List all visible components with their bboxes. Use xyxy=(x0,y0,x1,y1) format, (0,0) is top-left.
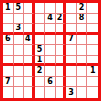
sudoku-cell-r9c4[interactable] xyxy=(35,87,46,98)
sudoku-cell-r9c1[interactable] xyxy=(3,87,14,98)
sudoku-cell-r4c5[interactable] xyxy=(45,35,56,46)
sudoku-cell-r4c4[interactable] xyxy=(35,35,46,46)
sudoku-cell-r4c3[interactable]: 4 xyxy=(24,35,35,46)
sudoku-cell-r8c9[interactable] xyxy=(87,77,98,88)
sudoku-cell-r8c6[interactable] xyxy=(56,77,67,88)
sudoku-cell-r8c8[interactable] xyxy=(77,77,88,88)
sudoku-cell-r2c1[interactable] xyxy=(3,14,14,25)
sudoku-cell-r8c4[interactable] xyxy=(35,77,46,88)
sudoku-cell-r3c1[interactable] xyxy=(3,24,14,35)
sudoku-cell-r7c6[interactable] xyxy=(56,66,67,77)
sudoku-cell-r5c4[interactable]: 5 xyxy=(35,45,46,56)
sudoku-cell-r3c9[interactable] xyxy=(87,24,98,35)
sudoku-cell-r7c1[interactable] xyxy=(3,66,14,77)
sudoku-cell-r1c7[interactable] xyxy=(66,3,77,14)
sudoku-cell-r8c7[interactable] xyxy=(66,77,77,88)
sudoku-cell-r1c6[interactable] xyxy=(56,3,67,14)
sudoku-cell-r7c3[interactable] xyxy=(24,66,35,77)
sudoku-cell-r2c8[interactable]: 8 xyxy=(77,14,88,25)
sudoku-cell-r2c4[interactable] xyxy=(35,14,46,25)
sudoku-cell-r5c9[interactable] xyxy=(87,45,98,56)
sudoku-cell-r1c3[interactable] xyxy=(24,3,35,14)
sudoku-cell-r5c8[interactable] xyxy=(77,45,88,56)
sudoku-cell-r3c5[interactable] xyxy=(45,24,56,35)
sudoku-cell-r1c8[interactable]: 2 xyxy=(77,3,88,14)
sudoku-cell-r9c6[interactable] xyxy=(56,87,67,98)
sudoku-cell-r7c4[interactable]: 2 xyxy=(35,66,46,77)
sudoku-cell-r4c1[interactable]: 6 xyxy=(3,35,14,46)
sudoku-cell-r6c3[interactable] xyxy=(24,56,35,67)
sudoku-cell-r9c8[interactable] xyxy=(77,87,88,98)
sudoku-cell-r9c2[interactable] xyxy=(14,87,25,98)
sudoku-cell-r6c6[interactable] xyxy=(56,56,67,67)
sudoku-cell-r1c2[interactable]: 5 xyxy=(14,3,25,14)
sudoku-cell-r5c7[interactable] xyxy=(66,45,77,56)
sudoku-cell-r2c3[interactable] xyxy=(24,14,35,25)
sudoku-cell-r8c2[interactable] xyxy=(14,77,25,88)
sudoku-cell-r1c4[interactable] xyxy=(35,3,46,14)
sudoku-cell-r1c5[interactable] xyxy=(45,3,56,14)
sudoku-cell-r8c1[interactable]: 7 xyxy=(3,77,14,88)
sudoku-cell-r4c6[interactable] xyxy=(56,35,67,46)
sudoku-cell-r9c7[interactable]: 3 xyxy=(66,87,77,98)
sudoku-cell-r9c5[interactable] xyxy=(45,87,56,98)
sudoku-cell-r3c6[interactable] xyxy=(56,24,67,35)
sudoku-cell-r3c4[interactable] xyxy=(35,24,46,35)
sudoku-cell-r8c3[interactable] xyxy=(24,77,35,88)
sudoku-cell-r3c3[interactable] xyxy=(24,24,35,35)
sudoku-cell-r5c5[interactable] xyxy=(45,45,56,56)
sudoku-cell-r4c2[interactable] xyxy=(14,35,25,46)
sudoku-page: 15242836475121763 xyxy=(0,0,101,101)
sudoku-cell-r2c2[interactable] xyxy=(14,14,25,25)
sudoku-cell-r6c7[interactable] xyxy=(66,56,77,67)
sudoku-cell-r2c5[interactable]: 4 xyxy=(45,14,56,25)
sudoku-cell-r4c7[interactable]: 7 xyxy=(66,35,77,46)
sudoku-cell-r6c5[interactable] xyxy=(45,56,56,67)
sudoku-cell-r1c1[interactable]: 1 xyxy=(3,3,14,14)
sudoku-cell-r5c2[interactable] xyxy=(14,45,25,56)
sudoku-cell-r4c9[interactable] xyxy=(87,35,98,46)
sudoku-cell-r2c9[interactable] xyxy=(87,14,98,25)
sudoku-cell-r3c7[interactable] xyxy=(66,24,77,35)
sudoku-cell-r3c8[interactable] xyxy=(77,24,88,35)
sudoku-cell-r6c9[interactable] xyxy=(87,56,98,67)
sudoku-cell-r6c2[interactable] xyxy=(14,56,25,67)
sudoku-cell-r9c9[interactable] xyxy=(87,87,98,98)
sudoku-cell-r8c5[interactable]: 6 xyxy=(45,77,56,88)
sudoku-cell-r9c3[interactable] xyxy=(24,87,35,98)
sudoku-cell-r7c5[interactable] xyxy=(45,66,56,77)
sudoku-cell-r4c8[interactable] xyxy=(77,35,88,46)
sudoku-cell-r5c1[interactable] xyxy=(3,45,14,56)
sudoku-cell-r6c4[interactable]: 1 xyxy=(35,56,46,67)
sudoku-cell-r7c2[interactable] xyxy=(14,66,25,77)
sudoku-cell-r3c2[interactable]: 3 xyxy=(14,24,25,35)
sudoku-cell-r2c7[interactable] xyxy=(66,14,77,25)
sudoku-cell-r6c8[interactable] xyxy=(77,56,88,67)
sudoku-cell-r6c1[interactable] xyxy=(3,56,14,67)
sudoku-board: 15242836475121763 xyxy=(0,0,101,101)
sudoku-cell-r7c7[interactable] xyxy=(66,66,77,77)
sudoku-cell-r5c6[interactable] xyxy=(56,45,67,56)
sudoku-cell-r5c3[interactable] xyxy=(24,45,35,56)
sudoku-cell-r2c6[interactable]: 2 xyxy=(56,14,67,25)
sudoku-cell-r7c8[interactable] xyxy=(77,66,88,77)
sudoku-cell-r1c9[interactable] xyxy=(87,3,98,14)
sudoku-cell-r7c9[interactable]: 1 xyxy=(87,66,98,77)
